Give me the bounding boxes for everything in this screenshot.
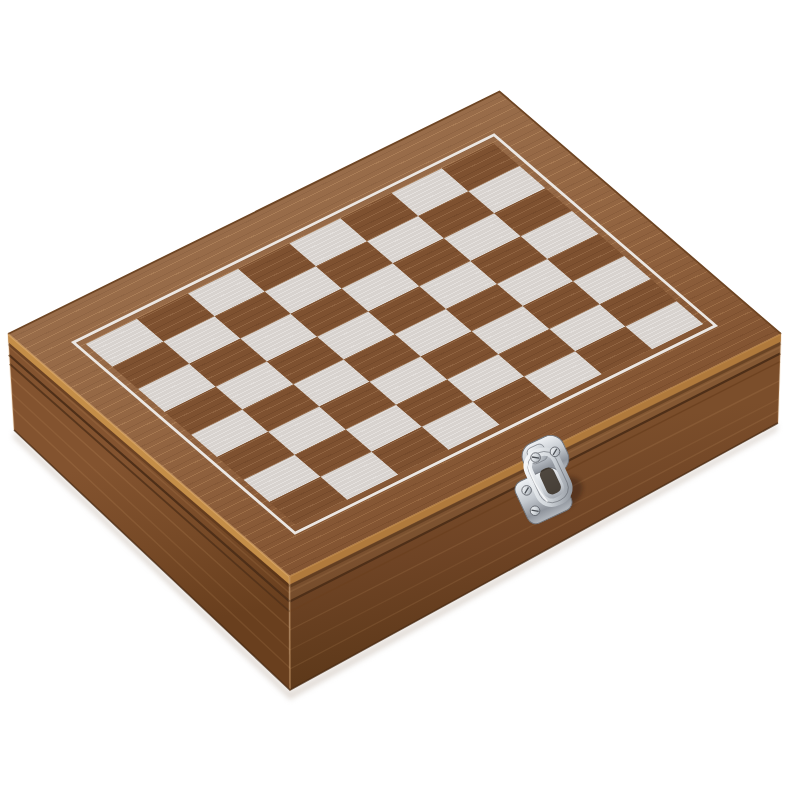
box-overlay-svg [0,0,800,800]
clasp [499,431,589,527]
lid-front-left-edge [8,334,290,577]
chess-box-product-photo [0,0,800,800]
lid-back-edge [8,92,781,335]
